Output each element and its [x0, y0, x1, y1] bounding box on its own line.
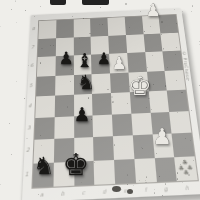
square-h2 [172, 133, 195, 157]
square-g3 [150, 111, 172, 134]
rank-label-2: 2 [26, 148, 30, 154]
square-d4 [92, 93, 112, 115]
square-e4 [111, 92, 131, 114]
background-edge-strip [50, 0, 66, 5]
square-h4 [167, 90, 188, 112]
square-d7 [91, 35, 109, 54]
square-a8 [38, 20, 56, 38]
square-f8 [124, 16, 143, 34]
file-label-b: b [61, 191, 65, 197]
square-d8 [90, 18, 108, 36]
square-c6 [73, 55, 91, 75]
square-b3 [54, 116, 74, 139]
square-h1: ♣♣♣♣ [174, 156, 197, 181]
square-c4 [74, 94, 93, 116]
square-e6 [109, 53, 128, 73]
square-c3 [74, 115, 94, 138]
file-label-a: a [40, 192, 44, 198]
square-f4 [130, 91, 151, 113]
square-b2 [54, 138, 74, 162]
square-b6 [55, 55, 73, 75]
square-e2 [113, 135, 134, 159]
board-grid: ♣♣♣♣ [31, 14, 199, 189]
rank-label-8: 8 [32, 27, 35, 31]
square-b8 [56, 19, 73, 37]
photo-stage: ♣♣♣♣ abcdefgh 87654321 © ProChess ♟♟♝♟♟♞… [0, 0, 200, 200]
square-c5 [73, 74, 92, 95]
square-g8 [142, 16, 161, 34]
rank-label-1: 1 [25, 171, 29, 177]
square-g2 [152, 134, 174, 158]
square-f2 [133, 134, 155, 158]
square-h8 [159, 15, 178, 33]
chess-board-mat: ♣♣♣♣ abcdefgh 87654321 © ProChess [22, 8, 200, 200]
square-d2 [93, 136, 114, 160]
square-f3 [131, 112, 152, 135]
square-d5 [92, 73, 111, 94]
square-e7 [108, 35, 127, 54]
square-a2 [34, 139, 55, 163]
square-a7 [38, 38, 56, 57]
square-c1 [74, 160, 95, 185]
square-e1 [114, 158, 136, 183]
rank-label-4: 4 [28, 104, 31, 109]
square-g7 [143, 33, 162, 52]
square-f1 [134, 158, 156, 183]
file-label-c: c [82, 190, 85, 196]
square-d6 [91, 54, 110, 74]
square-h5 [165, 70, 186, 91]
file-label-h: h [185, 185, 189, 191]
square-b1 [53, 161, 74, 186]
rank-label-6: 6 [30, 64, 33, 69]
square-e3 [112, 113, 133, 136]
table-smudge [112, 186, 121, 192]
square-c8 [73, 19, 91, 37]
square-b4 [54, 95, 73, 117]
square-a1 [33, 162, 54, 187]
rank-label-5: 5 [29, 83, 32, 88]
square-e5 [110, 72, 130, 93]
square-a4 [35, 96, 55, 118]
square-f6 [127, 52, 147, 72]
square-b5 [55, 75, 74, 96]
square-c7 [73, 36, 91, 55]
corner-emblem: ♣♣♣♣ [178, 160, 193, 176]
square-g5 [146, 70, 166, 91]
square-c2 [74, 137, 94, 161]
square-g1 [154, 157, 177, 182]
rank-label-7: 7 [31, 45, 34, 49]
square-h6 [163, 51, 183, 71]
file-label-f: f [144, 187, 146, 193]
table-smudge [127, 189, 133, 194]
background-edge-strip [82, 0, 109, 5]
square-a5 [36, 75, 55, 96]
square-g6 [145, 51, 165, 71]
square-d3 [93, 114, 113, 137]
square-f5 [128, 71, 148, 92]
square-h3 [169, 111, 191, 134]
square-h7 [161, 32, 181, 51]
square-d1 [94, 159, 115, 184]
rank-label-3: 3 [27, 125, 31, 130]
square-b7 [56, 37, 74, 56]
square-a6 [37, 56, 56, 76]
file-label-g: g [164, 186, 168, 192]
square-f7 [126, 34, 145, 53]
square-g4 [148, 90, 169, 112]
file-label-d: d [102, 189, 106, 195]
square-a3 [34, 117, 54, 140]
square-e8 [107, 17, 125, 35]
